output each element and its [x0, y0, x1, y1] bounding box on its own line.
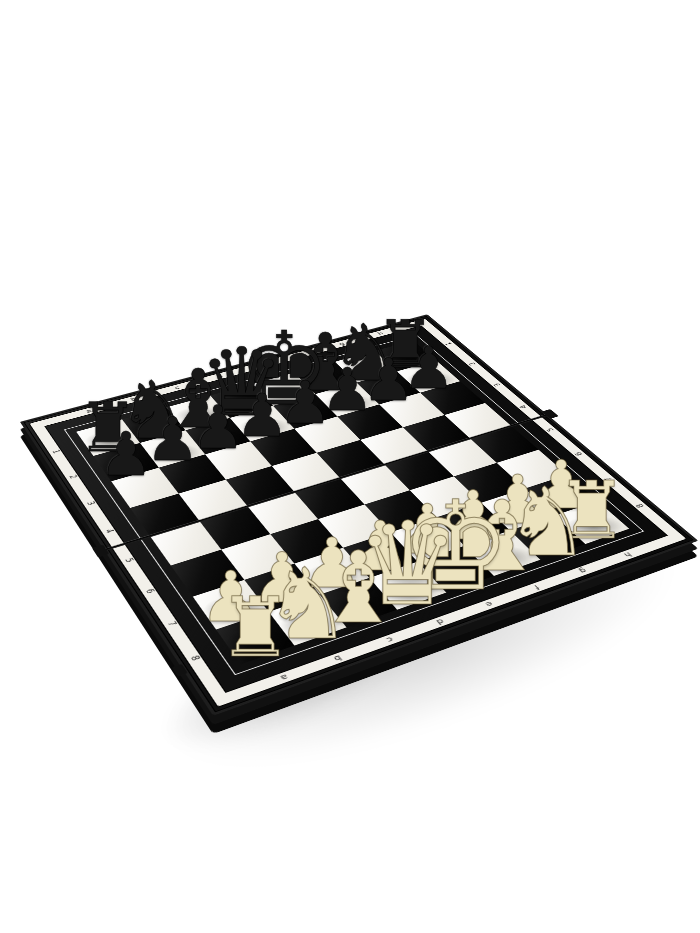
square-a5[interactable] — [130, 494, 199, 536]
square-c3[interactable] — [270, 519, 343, 563]
square-c1[interactable] — [320, 578, 397, 627]
square-c2[interactable] — [294, 548, 369, 595]
square-f3[interactable] — [410, 476, 481, 517]
scene: abcdefgh abcdefgh 12345678 12345678 ♜♞♝♛… — [0, 0, 700, 933]
hinge-tab-right — [542, 409, 559, 419]
square-e2[interactable] — [390, 517, 464, 561]
square-d3[interactable] — [318, 504, 390, 547]
square-b2[interactable] — [244, 564, 319, 612]
rank-label: 8 — [615, 495, 665, 516]
square-a1[interactable] — [216, 612, 294, 665]
square-f1[interactable] — [464, 531, 540, 576]
square-a3[interactable] — [171, 550, 245, 597]
square-a4[interactable] — [150, 521, 221, 566]
square-b1[interactable] — [269, 595, 347, 646]
square-h2[interactable] — [525, 475, 598, 516]
square-d4[interactable] — [294, 478, 364, 519]
square-e3[interactable] — [365, 490, 437, 532]
square-e1[interactable] — [418, 546, 494, 593]
square-b5[interactable] — [179, 480, 248, 521]
square-g1[interactable] — [510, 516, 585, 560]
square-g2[interactable] — [481, 489, 554, 531]
square-b4[interactable] — [199, 506, 270, 549]
square-b3[interactable] — [221, 534, 294, 580]
square-h1[interactable] — [554, 501, 629, 544]
square-d2[interactable] — [343, 532, 418, 578]
square-d1[interactable] — [369, 562, 446, 610]
square-a2[interactable] — [193, 580, 269, 630]
square-c4[interactable] — [248, 492, 319, 534]
square-f2[interactable] — [436, 503, 510, 546]
